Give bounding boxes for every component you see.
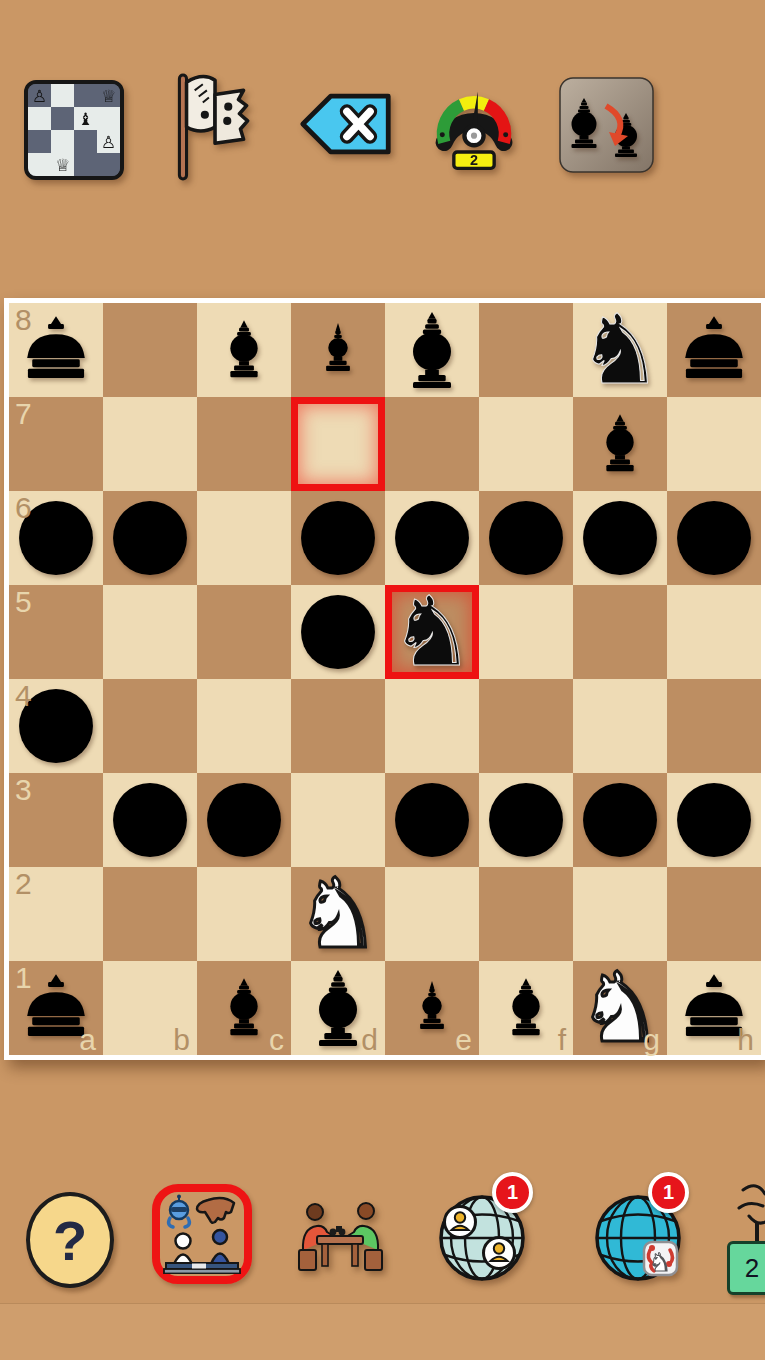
square-b3[interactable]	[103, 773, 197, 867]
square-g3[interactable]	[573, 773, 667, 867]
square-b2[interactable]	[103, 867, 197, 961]
rank-label: 1	[15, 962, 32, 994]
piece-black-bia-pawn[interactable]	[578, 496, 662, 580]
piece-black-ma-knight[interactable]: ♞	[389, 585, 475, 679]
piece-black-met-queen[interactable]	[311, 314, 365, 386]
difficulty-gauge-icon: 2	[426, 80, 522, 176]
square-d2[interactable]: ♞	[291, 867, 385, 961]
square-d3[interactable]	[291, 773, 385, 867]
rank-label: 3	[15, 774, 32, 806]
square-a3[interactable]: 3	[9, 773, 103, 867]
online-rooms-badge: 1	[648, 1172, 689, 1213]
undo-icon	[298, 90, 394, 160]
file-label: e	[455, 1023, 472, 1057]
switch-sides-button[interactable]	[558, 76, 655, 178]
square-f4[interactable]	[479, 679, 573, 773]
square-f3[interactable]	[479, 773, 573, 867]
square-a1[interactable]: 1a	[9, 961, 103, 1055]
switch-sides-icon	[558, 76, 655, 174]
rank-label: 6	[15, 492, 32, 524]
piece-black-bia-pawn[interactable]	[484, 496, 568, 580]
square-e7[interactable]	[385, 397, 479, 491]
piece-white-bia-pawn[interactable]	[390, 778, 474, 862]
rank-label: 8	[15, 304, 32, 336]
square-b5[interactable]	[103, 585, 197, 679]
rank-label: 4	[15, 680, 32, 712]
piece-white-bia-pawn[interactable]	[578, 778, 662, 862]
clipped-trophy-icon[interactable]	[735, 1182, 765, 1244]
mini-chessboard-icon: ♙♕ ♝ ♙ ♕	[24, 80, 124, 180]
piece-black-ma-knight[interactable]: ♞	[577, 303, 663, 397]
piece-black-khon-bishop[interactable]	[589, 404, 651, 484]
square-h7[interactable]	[667, 397, 761, 491]
square-a2[interactable]: 2	[9, 867, 103, 961]
piece-white-bia-pawn[interactable]	[672, 778, 756, 862]
square-g2[interactable]	[573, 867, 667, 961]
vs-computer-icon	[162, 1194, 242, 1274]
resign-button[interactable]	[162, 70, 264, 188]
square-f6[interactable]	[479, 491, 573, 585]
square-d5[interactable]	[291, 585, 385, 679]
help-button[interactable]: ?	[26, 1192, 114, 1288]
square-c4[interactable]	[197, 679, 291, 773]
piece-white-bia-pawn[interactable]	[202, 778, 286, 862]
bottom-band	[0, 1303, 765, 1360]
square-d6[interactable]	[291, 491, 385, 585]
file-label: a	[79, 1023, 96, 1057]
square-a4[interactable]: 4	[9, 679, 103, 773]
piece-black-rua-rook[interactable]	[671, 314, 757, 386]
help-label: ?	[53, 1208, 87, 1273]
square-d7[interactable]	[291, 397, 385, 491]
square-b1[interactable]: b	[103, 961, 197, 1055]
square-h8[interactable]	[667, 303, 761, 397]
clipped-level-tile[interactable]: 2	[727, 1241, 765, 1295]
file-label: g	[643, 1023, 660, 1057]
square-g5[interactable]	[573, 585, 667, 679]
rank-label: 2	[15, 868, 32, 900]
square-g6[interactable]	[573, 491, 667, 585]
rank-label: 7	[15, 398, 32, 430]
square-f1[interactable]: f	[479, 961, 573, 1055]
file-label: b	[173, 1023, 190, 1057]
square-e8[interactable]	[385, 303, 479, 397]
board: 8♞765♞432♞1abcdefg♞h	[4, 298, 765, 1060]
square-f5[interactable]	[479, 585, 573, 679]
square-a7[interactable]: 7	[9, 397, 103, 491]
square-b7[interactable]	[103, 397, 197, 491]
square-g8[interactable]: ♞	[573, 303, 667, 397]
square-g1[interactable]: g♞	[573, 961, 667, 1055]
square-f7[interactable]	[479, 397, 573, 491]
square-h5[interactable]	[667, 585, 761, 679]
file-label: h	[737, 1023, 754, 1057]
play-two-players-button[interactable]	[290, 1198, 390, 1282]
square-d4[interactable]	[291, 679, 385, 773]
square-a6[interactable]: 6	[9, 491, 103, 585]
square-c5[interactable]	[197, 585, 291, 679]
undo-button[interactable]	[298, 90, 394, 164]
square-e6[interactable]	[385, 491, 479, 585]
rank-label: 5	[15, 586, 32, 618]
square-e5[interactable]: ♞	[385, 585, 479, 679]
square-a8[interactable]: 8	[9, 303, 103, 397]
square-d8[interactable]	[291, 303, 385, 397]
piece-white-bia-pawn[interactable]	[108, 778, 192, 862]
piece-black-bia-pawn[interactable]	[108, 496, 192, 580]
square-b4[interactable]	[103, 679, 197, 773]
piece-white-khon-bishop[interactable]	[213, 968, 275, 1048]
square-c3[interactable]	[197, 773, 291, 867]
square-e3[interactable]	[385, 773, 479, 867]
square-e2[interactable]	[385, 867, 479, 961]
square-g4[interactable]	[573, 679, 667, 773]
play-vs-computer-button[interactable]	[152, 1184, 252, 1284]
square-f8[interactable]	[479, 303, 573, 397]
square-e4[interactable]	[385, 679, 479, 773]
square-c8[interactable]	[197, 303, 291, 397]
piece-white-khon-bishop[interactable]	[495, 968, 557, 1048]
file-label: d	[361, 1023, 378, 1057]
piece-white-met-queen[interactable]	[405, 972, 459, 1044]
square-h2[interactable]	[667, 867, 761, 961]
square-b6[interactable]	[103, 491, 197, 585]
piece-black-bia-pawn[interactable]	[672, 496, 756, 580]
square-d1[interactable]: d	[291, 961, 385, 1055]
piece-black-khun-king[interactable]	[394, 304, 470, 396]
square-h1[interactable]: h	[667, 961, 761, 1055]
square-g7[interactable]	[573, 397, 667, 491]
piece-black-khon-bishop[interactable]	[213, 310, 275, 390]
board-grid: 8♞765♞432♞1abcdefg♞h	[9, 303, 761, 1055]
square-b8[interactable]	[103, 303, 197, 397]
piece-white-ma-knight[interactable]: ♞	[295, 867, 381, 961]
piece-white-bia-pawn[interactable]	[484, 778, 568, 862]
square-c1[interactable]: c	[197, 961, 291, 1055]
square-c7[interactable]	[197, 397, 291, 491]
square-c6[interactable]	[197, 491, 291, 585]
board-setup-button[interactable]: ♙♕ ♝ ♙ ♕	[24, 80, 124, 180]
file-label: f	[558, 1023, 566, 1057]
svg-text:♞: ♞	[649, 1248, 671, 1277]
piece-black-bia-pawn[interactable]	[296, 496, 380, 580]
online-players-badge: 1	[492, 1172, 533, 1213]
piece-black-bia-pawn[interactable]	[296, 590, 380, 674]
square-h4[interactable]	[667, 679, 761, 773]
difficulty-button[interactable]: 2	[426, 80, 522, 180]
piece-black-bia-pawn[interactable]	[390, 496, 474, 580]
resign-flag-icon	[162, 70, 264, 184]
square-h3[interactable]	[667, 773, 761, 867]
square-c2[interactable]	[197, 867, 291, 961]
square-a5[interactable]: 5	[9, 585, 103, 679]
file-label: c	[269, 1023, 284, 1057]
difficulty-value: 2	[470, 152, 478, 168]
square-e1[interactable]: e	[385, 961, 479, 1055]
square-f2[interactable]	[479, 867, 573, 961]
two-players-icon	[290, 1198, 390, 1278]
square-h6[interactable]	[667, 491, 761, 585]
